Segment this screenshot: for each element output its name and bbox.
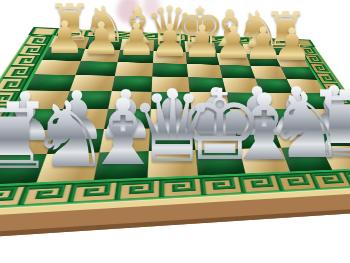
pieces-layer: ♜♞♝♛♚♝♞♜♟♟♟♟♟♟♟♟♟♟♟♟♟♟♟♟♜♞♝♛♚♝♞♜ <box>0 0 350 263</box>
chess-set-photo: ♜♞♝♛♚♝♞♜♟♟♟♟♟♟♟♟♟♟♟♟♟♟♟♟♜♞♝♛♚♝♞♜ <box>0 0 350 263</box>
piece-black-pawn-h7[interactable]: ♟ <box>272 23 312 68</box>
piece-black-pawn-a7[interactable]: ♟ <box>44 16 84 61</box>
piece-white-rook-a1[interactable]: ♜ <box>0 90 54 181</box>
